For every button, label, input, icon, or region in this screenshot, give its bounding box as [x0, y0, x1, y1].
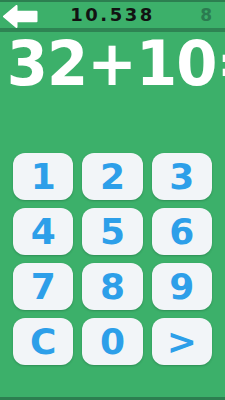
key-1[interactable]: 1: [13, 153, 73, 200]
key-submit[interactable]: >: [152, 318, 212, 365]
math-problem: 32+10=: [7, 32, 219, 95]
key-2[interactable]: 2: [82, 153, 142, 200]
key-8[interactable]: 8: [82, 263, 142, 310]
key-6[interactable]: 6: [152, 208, 212, 255]
key-7[interactable]: 7: [13, 263, 73, 310]
question-counter: 8: [200, 5, 212, 25]
key-3[interactable]: 3: [152, 153, 212, 200]
key-9[interactable]: 9: [152, 263, 212, 310]
key-clear[interactable]: C: [13, 318, 73, 365]
key-0[interactable]: 0: [82, 318, 142, 365]
key-5[interactable]: 5: [82, 208, 142, 255]
key-4[interactable]: 4: [13, 208, 73, 255]
app-screen: 10.538 8 32+10= 1 2 3 4 5 6 7 8 9 C 0 >: [0, 0, 225, 400]
keypad: 1 2 3 4 5 6 7 8 9 C 0 >: [13, 153, 212, 365]
timer-display: 10.538: [0, 4, 225, 25]
